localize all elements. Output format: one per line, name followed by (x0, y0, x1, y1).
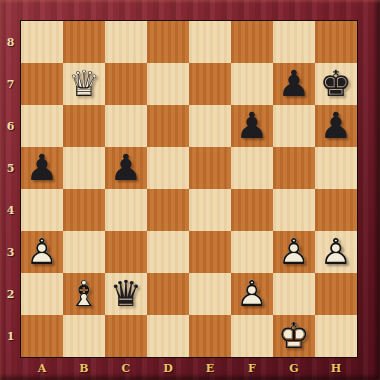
file-label-a: A (21, 357, 63, 380)
square-c8[interactable] (105, 21, 147, 63)
square-f7[interactable] (231, 63, 273, 105)
chess-board: ♛♕♟♚♟♟♟♟♟♙♟♙♟♙♝♗♛♟♙♚♔ (21, 21, 357, 357)
square-b8[interactable] (63, 21, 105, 63)
black-pawn-glyph: ♟ (315, 105, 357, 147)
square-g7[interactable]: ♟ (273, 63, 315, 105)
square-c2[interactable]: ♛ (105, 273, 147, 315)
piece-white-pawn-g3[interactable]: ♟♙ (273, 231, 315, 273)
square-e1[interactable] (189, 315, 231, 357)
square-a5[interactable]: ♟ (21, 147, 63, 189)
piece-black-pawn-a5[interactable]: ♟ (21, 147, 63, 189)
piece-white-bishop-b2[interactable]: ♝♗ (63, 273, 105, 315)
rank-label-5: 5 (0, 147, 21, 189)
square-b3[interactable] (63, 231, 105, 273)
square-f2[interactable]: ♟♙ (231, 273, 273, 315)
black-king-glyph: ♚ (315, 63, 357, 105)
square-h1[interactable] (315, 315, 357, 357)
square-f6[interactable]: ♟ (231, 105, 273, 147)
square-b6[interactable] (63, 105, 105, 147)
square-a2[interactable] (21, 273, 63, 315)
file-label-d: D (147, 357, 189, 380)
square-f1[interactable] (231, 315, 273, 357)
square-d1[interactable] (147, 315, 189, 357)
square-d2[interactable] (147, 273, 189, 315)
file-label-b: B (63, 357, 105, 380)
square-d4[interactable] (147, 189, 189, 231)
square-c5[interactable]: ♟ (105, 147, 147, 189)
rank-label-2: 2 (0, 273, 21, 315)
file-label-h: H (315, 357, 357, 380)
square-f8[interactable] (231, 21, 273, 63)
square-a7[interactable] (21, 63, 63, 105)
rank-label-3: 3 (0, 231, 21, 273)
piece-black-pawn-c5[interactable]: ♟ (105, 147, 147, 189)
square-e4[interactable] (189, 189, 231, 231)
square-g6[interactable] (273, 105, 315, 147)
white-pawn-outline-glyph: ♙ (315, 231, 357, 273)
rank-label-8: 8 (0, 21, 21, 63)
white-queen-outline-glyph: ♕ (63, 63, 105, 105)
square-d5[interactable] (147, 147, 189, 189)
square-a3[interactable]: ♟♙ (21, 231, 63, 273)
white-pawn-outline-glyph: ♙ (273, 231, 315, 273)
square-b1[interactable] (63, 315, 105, 357)
piece-black-pawn-f6[interactable]: ♟ (231, 105, 273, 147)
square-g2[interactable] (273, 273, 315, 315)
square-h5[interactable] (315, 147, 357, 189)
square-b5[interactable] (63, 147, 105, 189)
square-e3[interactable] (189, 231, 231, 273)
square-b2[interactable]: ♝♗ (63, 273, 105, 315)
square-b4[interactable] (63, 189, 105, 231)
rank-label-7: 7 (0, 63, 21, 105)
file-label-e: E (189, 357, 231, 380)
piece-black-queen-c2[interactable]: ♛ (105, 273, 147, 315)
piece-white-queen-b7[interactable]: ♛♕ (63, 63, 105, 105)
piece-black-king-h7[interactable]: ♚ (315, 63, 357, 105)
square-d8[interactable] (147, 21, 189, 63)
square-g8[interactable] (273, 21, 315, 63)
square-a4[interactable] (21, 189, 63, 231)
black-pawn-glyph: ♟ (231, 105, 273, 147)
white-bishop-outline-glyph: ♗ (63, 273, 105, 315)
rank-label-6: 6 (0, 105, 21, 147)
square-c1[interactable] (105, 315, 147, 357)
file-label-f: F (231, 357, 273, 380)
square-h6[interactable]: ♟ (315, 105, 357, 147)
square-a1[interactable] (21, 315, 63, 357)
square-h4[interactable] (315, 189, 357, 231)
square-d6[interactable] (147, 105, 189, 147)
square-h3[interactable]: ♟♙ (315, 231, 357, 273)
square-a8[interactable] (21, 21, 63, 63)
square-a6[interactable] (21, 105, 63, 147)
piece-white-pawn-a3[interactable]: ♟♙ (21, 231, 63, 273)
square-e2[interactable] (189, 273, 231, 315)
black-queen-glyph: ♛ (105, 273, 147, 315)
white-pawn-outline-glyph: ♙ (21, 231, 63, 273)
square-d7[interactable] (147, 63, 189, 105)
chess-board-frame: ♛♕♟♚♟♟♟♟♟♙♟♙♟♙♝♗♛♟♙♚♔ 87654321ABCDEFGH (0, 0, 380, 380)
piece-white-king-g1[interactable]: ♚♔ (273, 315, 315, 357)
square-e6[interactable] (189, 105, 231, 147)
square-h8[interactable] (315, 21, 357, 63)
square-e8[interactable] (189, 21, 231, 63)
square-c6[interactable] (105, 105, 147, 147)
square-e7[interactable] (189, 63, 231, 105)
square-g5[interactable] (273, 147, 315, 189)
square-g3[interactable]: ♟♙ (273, 231, 315, 273)
white-pawn-outline-glyph: ♙ (231, 273, 273, 315)
square-g4[interactable] (273, 189, 315, 231)
file-label-g: G (273, 357, 315, 380)
square-d3[interactable] (147, 231, 189, 273)
rank-label-1: 1 (0, 315, 21, 357)
square-c3[interactable] (105, 231, 147, 273)
square-b7[interactable]: ♛♕ (63, 63, 105, 105)
piece-black-pawn-g7[interactable]: ♟ (273, 63, 315, 105)
square-g1[interactable]: ♚♔ (273, 315, 315, 357)
black-pawn-glyph: ♟ (273, 63, 315, 105)
rank-label-4: 4 (0, 189, 21, 231)
piece-white-pawn-h3[interactable]: ♟♙ (315, 231, 357, 273)
square-f3[interactable] (231, 231, 273, 273)
square-c4[interactable] (105, 189, 147, 231)
file-label-c: C (105, 357, 147, 380)
square-f5[interactable] (231, 147, 273, 189)
black-pawn-glyph: ♟ (21, 147, 63, 189)
square-h7[interactable]: ♚ (315, 63, 357, 105)
black-pawn-glyph: ♟ (105, 147, 147, 189)
square-c7[interactable] (105, 63, 147, 105)
square-h2[interactable] (315, 273, 357, 315)
square-e5[interactable] (189, 147, 231, 189)
square-f4[interactable] (231, 189, 273, 231)
piece-black-pawn-h6[interactable]: ♟ (315, 105, 357, 147)
piece-white-pawn-f2[interactable]: ♟♙ (231, 273, 273, 315)
white-king-outline-glyph: ♔ (273, 315, 315, 357)
